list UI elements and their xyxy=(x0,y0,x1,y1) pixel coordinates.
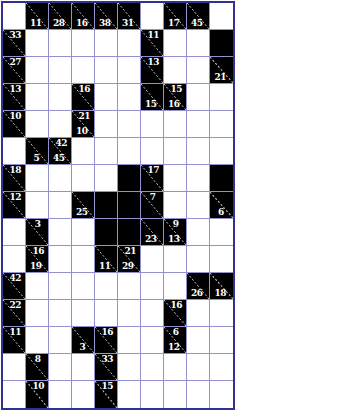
blank-cell-r13c6[interactable] xyxy=(141,354,164,381)
blank-cell-r4c4[interactable] xyxy=(95,111,118,138)
clue-cell-r14c4: 15 xyxy=(95,381,118,408)
down-clue: 13 xyxy=(168,234,180,244)
unused-cell-r0c6 xyxy=(141,3,164,30)
blank-cell-r2c7[interactable] xyxy=(164,57,187,84)
blank-cell-r7c1[interactable] xyxy=(26,192,49,219)
down-clue: 25 xyxy=(76,207,88,217)
clue-cell-r10c9: 18 xyxy=(210,273,233,300)
clue-cell-r12c0: 11 xyxy=(3,327,26,354)
across-clue: 11 xyxy=(147,30,159,40)
blank-cell-r5c3[interactable] xyxy=(72,138,95,165)
blank-cell-r8c2[interactable] xyxy=(49,219,72,246)
blank-cell-r13c2[interactable] xyxy=(49,354,72,381)
down-clue: 45 xyxy=(191,18,203,28)
blank-cell-r10c7[interactable] xyxy=(164,273,187,300)
across-clue: 11 xyxy=(9,327,21,337)
blank-cell-r3c4[interactable] xyxy=(95,84,118,111)
down-clue: 28 xyxy=(53,18,65,28)
across-clue: 3 xyxy=(35,219,41,229)
blank-cell-r11c4[interactable] xyxy=(95,300,118,327)
clue-cell-r13c4: 33 xyxy=(95,354,118,381)
down-clue: 45 xyxy=(53,153,65,163)
across-clue: 17 xyxy=(147,165,159,175)
unused-cell-r0c9 xyxy=(210,3,233,30)
across-clue: 15 xyxy=(101,381,113,391)
clue-cell-r8c6: 23 xyxy=(141,219,164,246)
blank-cell-r11c3[interactable] xyxy=(72,300,95,327)
unused-cell-r14c0 xyxy=(3,381,26,408)
blank-cell-r1c1[interactable] xyxy=(26,30,49,57)
clue-cell-r3c3: 16 xyxy=(72,84,95,111)
clue-cell-r4c0: 10 xyxy=(3,111,26,138)
blank-cell-r11c5[interactable] xyxy=(118,300,141,327)
blank-cell-r5c6[interactable] xyxy=(141,138,164,165)
blank-cell-r4c5[interactable] xyxy=(118,111,141,138)
across-clue: 10 xyxy=(32,381,44,391)
blank-cell-r2c8[interactable] xyxy=(187,57,210,84)
across-clue: 21 xyxy=(124,246,136,256)
blocked-cell-r6c5 xyxy=(118,165,141,192)
down-clue: 5 xyxy=(34,153,40,163)
clue-cell-r0c1: 11 xyxy=(26,3,49,30)
blank-cell-r14c7[interactable] xyxy=(164,381,187,408)
across-clue: 22 xyxy=(9,300,21,310)
blank-cell-r8c3[interactable] xyxy=(72,219,95,246)
blank-cell-r11c6[interactable] xyxy=(141,300,164,327)
unused-cell-r13c0 xyxy=(3,354,26,381)
blank-cell-r1c4[interactable] xyxy=(95,30,118,57)
blocked-cell-r6c9 xyxy=(210,165,233,192)
clue-cell-r9c4: 11 xyxy=(95,246,118,273)
across-clue: 42 xyxy=(9,273,21,283)
down-clue: 11 xyxy=(99,261,111,271)
blank-cell-r14c8[interactable] xyxy=(187,381,210,408)
down-clue: 19 xyxy=(30,261,42,271)
unused-cell-r9c0 xyxy=(3,246,26,273)
blank-cell-r6c8[interactable] xyxy=(187,165,210,192)
blank-cell-r10c3[interactable] xyxy=(72,273,95,300)
blank-cell-r6c2[interactable] xyxy=(49,165,72,192)
blank-cell-r14c5[interactable] xyxy=(118,381,141,408)
blank-cell-r1c8[interactable] xyxy=(187,30,210,57)
clue-cell-r14c1: 10 xyxy=(26,381,49,408)
blank-cell-r9c3[interactable] xyxy=(72,246,95,273)
blank-cell-r3c5[interactable] xyxy=(118,84,141,111)
clue-cell-r0c5: 31 xyxy=(118,3,141,30)
blank-cell-r8c8[interactable] xyxy=(187,219,210,246)
down-clue: 11 xyxy=(30,18,42,28)
clue-cell-r7c0: 12 xyxy=(3,192,26,219)
clue-cell-r2c6: 13 xyxy=(141,57,164,84)
across-clue: 8 xyxy=(35,354,41,364)
blocked-cell-r8c5 xyxy=(118,219,141,246)
down-clue: 38 xyxy=(99,18,111,28)
blank-cell-r9c9[interactable] xyxy=(210,246,233,273)
blank-cell-r11c9[interactable] xyxy=(210,300,233,327)
clue-cell-r5c2: 4245 xyxy=(49,138,72,165)
blank-cell-r10c2[interactable] xyxy=(49,273,72,300)
blank-cell-r5c4[interactable] xyxy=(95,138,118,165)
clue-cell-r0c2: 28 xyxy=(49,3,72,30)
blank-cell-r2c1[interactable] xyxy=(26,57,49,84)
clue-cell-r10c0: 42 xyxy=(3,273,26,300)
blank-cell-r13c7[interactable] xyxy=(164,354,187,381)
across-clue: 7 xyxy=(150,192,156,202)
blocked-cell-r7c4 xyxy=(95,192,118,219)
clue-cell-r3c6: 15 xyxy=(141,84,164,111)
blank-cell-r11c2[interactable] xyxy=(49,300,72,327)
clue-cell-r12c7: 612 xyxy=(164,327,187,354)
blank-cell-r2c2[interactable] xyxy=(49,57,72,84)
blank-cell-r6c4[interactable] xyxy=(95,165,118,192)
down-clue: 6 xyxy=(218,207,224,217)
blank-cell-r2c5[interactable] xyxy=(118,57,141,84)
blank-cell-r4c9[interactable] xyxy=(210,111,233,138)
across-clue: 16 xyxy=(101,327,113,337)
clue-cell-r7c3: 25 xyxy=(72,192,95,219)
clue-cell-r12c3: 3 xyxy=(72,327,95,354)
down-clue: 26 xyxy=(191,288,203,298)
blank-cell-r14c2[interactable] xyxy=(49,381,72,408)
blank-cell-r3c9[interactable] xyxy=(210,84,233,111)
blank-cell-r8c9[interactable] xyxy=(210,219,233,246)
blocked-cell-r1c9 xyxy=(210,30,233,57)
clue-cell-r11c7: 16 xyxy=(164,300,187,327)
clue-cell-r13c1: 8 xyxy=(26,354,49,381)
across-clue: 12 xyxy=(9,192,21,202)
clue-cell-r7c9: 6 xyxy=(210,192,233,219)
blank-cell-r9c6[interactable] xyxy=(141,246,164,273)
down-clue: 31 xyxy=(122,18,134,28)
blocked-cell-r7c5 xyxy=(118,192,141,219)
across-clue: 15 xyxy=(170,84,182,94)
blank-cell-r4c8[interactable] xyxy=(187,111,210,138)
clue-cell-r11c0: 22 xyxy=(3,300,26,327)
blank-cell-r11c1[interactable] xyxy=(26,300,49,327)
clue-cell-r5c1: 5 xyxy=(26,138,49,165)
clue-cell-r12c4: 16 xyxy=(95,327,118,354)
down-clue: 18 xyxy=(215,288,227,298)
blank-cell-r5c9[interactable] xyxy=(210,138,233,165)
blank-cell-r1c5[interactable] xyxy=(118,30,141,57)
blank-cell-r7c7[interactable] xyxy=(164,192,187,219)
blank-cell-r12c2[interactable] xyxy=(49,327,72,354)
blank-cell-r9c2[interactable] xyxy=(49,246,72,273)
clue-cell-r3c0: 13 xyxy=(3,84,26,111)
down-clue: 15 xyxy=(145,99,157,109)
clue-cell-r2c0: 27 xyxy=(3,57,26,84)
blank-cell-r13c8[interactable] xyxy=(187,354,210,381)
down-clue: 29 xyxy=(122,261,134,271)
blank-cell-r12c9[interactable] xyxy=(210,327,233,354)
across-clue: 13 xyxy=(9,84,21,94)
down-clue: 23 xyxy=(145,234,157,244)
blank-cell-r2c3[interactable] xyxy=(72,57,95,84)
blank-cell-r12c8[interactable] xyxy=(187,327,210,354)
down-clue: 21 xyxy=(215,72,227,82)
down-clue: 17 xyxy=(168,18,180,28)
blank-cell-r12c5[interactable] xyxy=(118,327,141,354)
blank-cell-r6c7[interactable] xyxy=(164,165,187,192)
blocked-cell-r8c4 xyxy=(95,219,118,246)
blank-cell-r5c5[interactable] xyxy=(118,138,141,165)
clue-cell-r8c7: 913 xyxy=(164,219,187,246)
across-clue: 16 xyxy=(32,246,44,256)
across-clue: 10 xyxy=(9,111,21,121)
blank-cell-r4c7[interactable] xyxy=(164,111,187,138)
blank-cell-r4c6[interactable] xyxy=(141,111,164,138)
across-clue: 21 xyxy=(78,111,90,121)
across-clue: 13 xyxy=(147,57,159,67)
clue-cell-r10c8: 26 xyxy=(187,273,210,300)
blank-cell-r5c7[interactable] xyxy=(164,138,187,165)
blank-cell-r12c1[interactable] xyxy=(26,327,49,354)
blank-cell-r4c1[interactable] xyxy=(26,111,49,138)
across-clue: 16 xyxy=(170,300,182,310)
blank-cell-r10c5[interactable] xyxy=(118,273,141,300)
clue-cell-r3c7: 1516 xyxy=(164,84,187,111)
blank-cell-r7c8[interactable] xyxy=(187,192,210,219)
blank-cell-r12c6[interactable] xyxy=(141,327,164,354)
blank-cell-r1c2[interactable] xyxy=(49,30,72,57)
clue-cell-r9c5: 2129 xyxy=(118,246,141,273)
blank-cell-r4c2[interactable] xyxy=(49,111,72,138)
blank-cell-r3c2[interactable] xyxy=(49,84,72,111)
clue-cell-r1c6: 11 xyxy=(141,30,164,57)
down-clue: 3 xyxy=(80,342,86,352)
blank-cell-r1c3[interactable] xyxy=(72,30,95,57)
blank-cell-r1c7[interactable] xyxy=(164,30,187,57)
clue-cell-r9c1: 1619 xyxy=(26,246,49,273)
blank-cell-r2c4[interactable] xyxy=(95,57,118,84)
across-clue: 33 xyxy=(101,354,113,364)
unused-cell-r0c0 xyxy=(3,3,26,30)
clue-cell-r0c4: 38 xyxy=(95,3,118,30)
blank-cell-r3c1[interactable] xyxy=(26,84,49,111)
blank-cell-r14c6[interactable] xyxy=(141,381,164,408)
across-clue: 27 xyxy=(9,57,21,67)
across-clue: 33 xyxy=(9,30,21,40)
blank-cell-r9c7[interactable] xyxy=(164,246,187,273)
blank-cell-r6c1[interactable] xyxy=(26,165,49,192)
across-clue: 42 xyxy=(55,138,67,148)
blank-cell-r10c1[interactable] xyxy=(26,273,49,300)
clue-cell-r4c3: 2110 xyxy=(72,111,95,138)
blank-cell-r7c2[interactable] xyxy=(49,192,72,219)
clue-cell-r1c0: 33 xyxy=(3,30,26,57)
kakuro-board: 1128163831174533112713211316151516102110… xyxy=(1,1,235,410)
unused-cell-r5c0 xyxy=(3,138,26,165)
clue-cell-r0c3: 16 xyxy=(72,3,95,30)
clue-cell-r6c6: 17 xyxy=(141,165,164,192)
blank-cell-r13c9[interactable] xyxy=(210,354,233,381)
across-clue: 6 xyxy=(173,327,179,337)
down-clue: 12 xyxy=(168,342,180,352)
clue-cell-r0c7: 17 xyxy=(164,3,187,30)
blank-cell-r14c3[interactable] xyxy=(72,381,95,408)
down-clue: 16 xyxy=(76,18,88,28)
down-clue: 16 xyxy=(168,99,180,109)
blank-cell-r11c8[interactable] xyxy=(187,300,210,327)
across-clue: 9 xyxy=(173,219,179,229)
blank-cell-r5c8[interactable] xyxy=(187,138,210,165)
clue-cell-r7c6: 7 xyxy=(141,192,164,219)
clue-cell-r6c0: 18 xyxy=(3,165,26,192)
across-clue: 18 xyxy=(9,165,21,175)
clue-cell-r2c9: 21 xyxy=(210,57,233,84)
blank-cell-r10c6[interactable] xyxy=(141,273,164,300)
blank-cell-r13c3[interactable] xyxy=(72,354,95,381)
blank-cell-r10c4[interactable] xyxy=(95,273,118,300)
blank-cell-r3c8[interactable] xyxy=(187,84,210,111)
clue-cell-r0c8: 45 xyxy=(187,3,210,30)
down-clue: 10 xyxy=(76,126,88,136)
blank-cell-r13c5[interactable] xyxy=(118,354,141,381)
across-clue: 16 xyxy=(78,84,90,94)
unused-cell-r8c0 xyxy=(3,219,26,246)
blank-cell-r6c3[interactable] xyxy=(72,165,95,192)
clue-cell-r8c1: 3 xyxy=(26,219,49,246)
blank-cell-r9c8[interactable] xyxy=(187,246,210,273)
blank-cell-r14c9[interactable] xyxy=(210,381,233,408)
